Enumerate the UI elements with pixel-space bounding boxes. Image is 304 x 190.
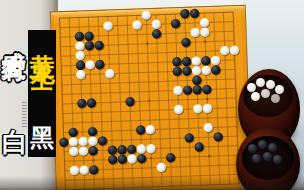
bowl-white-stone xyxy=(275,85,284,94)
video-frame: 盛大有 白 黄龙士 黑 xyxy=(0,0,304,190)
go-board xyxy=(50,5,252,190)
board-stones xyxy=(55,7,244,176)
bowl-black-stone xyxy=(268,143,277,152)
bowl-white-stone xyxy=(247,83,256,92)
bottom-shadow xyxy=(0,176,304,190)
black-player-caption-box: 黄龙士 黑 xyxy=(28,30,56,157)
tiny-caption-strip xyxy=(22,100,27,128)
bowl-black-stone xyxy=(252,154,261,163)
bowl-white-stone xyxy=(261,89,270,98)
black-player-name: 黄龙士 xyxy=(30,33,55,51)
bowl-black-stone xyxy=(273,155,282,164)
white-side-label: 白 xyxy=(2,125,28,160)
black-side-label: 黑 xyxy=(30,122,54,154)
bowl-black-stone xyxy=(248,144,257,153)
bowl-white-stone xyxy=(251,92,260,101)
bowl-white-stone xyxy=(266,80,275,89)
bowl-black-stone xyxy=(263,152,272,161)
bowl-white-stone xyxy=(256,78,265,87)
white-player-name: 盛大有 xyxy=(1,31,26,40)
bowl-white-stone xyxy=(271,94,280,103)
bowl-black-stone xyxy=(258,140,267,149)
go-board-svg xyxy=(51,6,251,190)
